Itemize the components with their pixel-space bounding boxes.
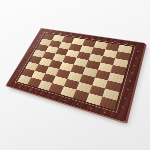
- photo-background: abcdefgh abcdefgh 87654321 87654321: [0, 0, 150, 150]
- scene: abcdefgh abcdefgh 87654321 87654321: [0, 0, 150, 150]
- chess-board[interactable]: abcdefgh abcdefgh 87654321 87654321: [6, 28, 145, 122]
